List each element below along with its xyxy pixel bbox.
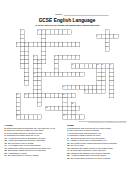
clue-number-label: 2 bbox=[38, 30, 39, 32]
crossword-cell[interactable] bbox=[80, 72, 85, 77]
clue-number-label: 21 bbox=[72, 102, 73, 104]
crossword-cell[interactable] bbox=[105, 47, 110, 52]
page-title: GCSE English Language bbox=[4, 18, 130, 24]
crossword-cell[interactable] bbox=[71, 94, 76, 99]
crossword-cell[interactable] bbox=[80, 115, 85, 120]
clue-number-label: 19 bbox=[25, 94, 26, 96]
crossword-board: 123456789101112131415161718192021222324 bbox=[16, 30, 118, 120]
clue-number-label: 15 bbox=[33, 73, 34, 75]
crossword-cell[interactable] bbox=[37, 102, 42, 107]
credit-link-generator[interactable]: Crossword Puzzle Generator bbox=[106, 121, 127, 123]
clue-number-label: 17 bbox=[84, 90, 85, 92]
crossword-cell[interactable] bbox=[75, 106, 80, 111]
clue-number-label: 20 bbox=[63, 94, 64, 96]
crossword-cell[interactable] bbox=[41, 60, 46, 65]
clue-number-label: 24 bbox=[63, 115, 64, 117]
crossword-cell[interactable] bbox=[75, 43, 80, 48]
clues-section: Across 2. Saying something IS something … bbox=[4, 121, 130, 160]
clue-number-label: 7 bbox=[25, 43, 26, 45]
clue-number-label: 3 bbox=[42, 30, 43, 32]
credit-prefix: Created with bbox=[79, 121, 89, 123]
clue-number-label: 12 bbox=[97, 64, 98, 66]
crossword-cell[interactable] bbox=[67, 30, 72, 35]
clue-number-label: 8 bbox=[33, 56, 34, 58]
clue-number-label: 14 bbox=[110, 64, 111, 66]
crossword-cell[interactable] bbox=[75, 55, 80, 60]
clue-number-label: 4 bbox=[106, 30, 107, 32]
clue-item-text: The main subject of a piece of writing bbox=[8, 154, 39, 156]
clue-number-label: 9 bbox=[55, 56, 56, 58]
clue-number-label: 18 bbox=[16, 94, 17, 96]
name-row: Name: bbox=[34, 11, 130, 16]
clue-number-label: 13 bbox=[101, 64, 102, 66]
clue-number-label: 23 bbox=[16, 115, 17, 117]
across-list: 2. Saying something IS something else, n… bbox=[5, 127, 64, 157]
clue-item: 21. The overall mood or attitude of a pi… bbox=[67, 157, 126, 159]
clue-number-label: 6 bbox=[16, 43, 17, 45]
clue-number-label: 16 bbox=[63, 85, 64, 87]
clue-number-label: 10 bbox=[38, 60, 39, 62]
down-list: 1. Exaggeration that is not meant to be … bbox=[67, 127, 126, 159]
crossword-cell[interactable] bbox=[101, 89, 106, 94]
page-subtitle: All of the clues are for things you shou… bbox=[4, 24, 130, 27]
credit-link-site[interactable]: TheTeachersCorner.net bbox=[88, 121, 105, 123]
clue-number-label: 1 bbox=[21, 30, 22, 32]
clue-number-label: 11 bbox=[72, 64, 73, 66]
worksheet-page: Name: GCSE English Language All of the c… bbox=[0, 0, 134, 190]
clue-number-label: 22 bbox=[46, 107, 47, 109]
crossword-cell[interactable] bbox=[114, 34, 119, 39]
crossword-cell[interactable] bbox=[109, 94, 114, 99]
crossword-cell[interactable] bbox=[24, 81, 29, 86]
crossword-cell[interactable] bbox=[37, 115, 42, 120]
down-column: Created with TheTeachersCorner.net Cross… bbox=[67, 121, 130, 160]
clue-item: 24. The main subject of a piece of writi… bbox=[5, 154, 64, 156]
name-input-line[interactable] bbox=[64, 12, 109, 15]
across-column: Across 2. Saying something IS something … bbox=[5, 121, 68, 160]
name-label: Name: bbox=[55, 13, 62, 16]
clue-number-label: 5 bbox=[97, 34, 98, 36]
clue-item-text: The overall mood or attitude of a piece … bbox=[70, 157, 110, 159]
